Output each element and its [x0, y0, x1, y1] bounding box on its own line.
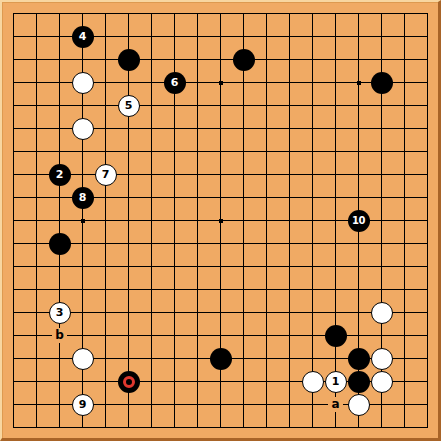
white-stone-R4	[371, 348, 393, 370]
black-stone-P5	[325, 325, 347, 347]
black-stone-R16	[371, 72, 393, 94]
stones-layer: 46527810319ba	[2, 2, 439, 439]
black-stone-K4	[210, 348, 232, 370]
white-stone-O3	[302, 371, 324, 393]
white-stone-D2: 9	[72, 394, 94, 416]
white-stone-C6: 3	[49, 302, 71, 324]
black-stone-H16: 6	[164, 72, 186, 94]
black-stone-Q4	[348, 348, 370, 370]
letter-b: b	[52, 328, 67, 343]
black-stone-F17	[118, 49, 140, 71]
go-board: 46527810319ba	[0, 0, 441, 441]
black-stone-C9	[49, 233, 71, 255]
white-stone-Q2	[348, 394, 370, 416]
black-stone-Q10: 10	[348, 210, 370, 232]
white-stone-D14	[72, 118, 94, 140]
circle-mark	[123, 376, 135, 388]
black-stone-D18: 4	[72, 26, 94, 48]
black-stone-L17	[233, 49, 255, 71]
black-stone-C12: 2	[49, 164, 71, 186]
white-stone-P3: 1	[325, 371, 347, 393]
letter-a: a	[328, 397, 343, 412]
black-stone-D11: 8	[72, 187, 94, 209]
black-stone-Q3	[348, 371, 370, 393]
black-stone-F3	[118, 371, 140, 393]
white-stone-D4	[72, 348, 94, 370]
white-stone-F15: 5	[118, 95, 140, 117]
white-stone-D16	[72, 72, 94, 94]
white-stone-R6	[371, 302, 393, 324]
white-stone-R3	[371, 371, 393, 393]
white-stone-E12: 7	[95, 164, 117, 186]
